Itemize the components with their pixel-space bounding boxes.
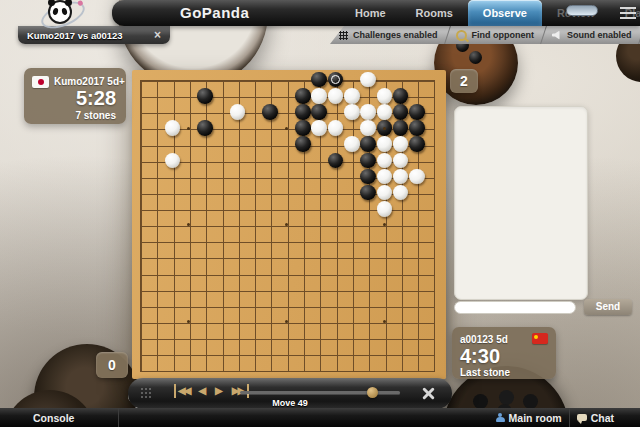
black-stone <box>360 153 376 169</box>
challenges-label: Challenges enabled <box>353 30 438 40</box>
tab-observe[interactable]: Observe <box>468 0 542 26</box>
black-stone <box>393 104 409 120</box>
white-stone <box>377 88 393 104</box>
white-player-name: Kumo2017 5d+ <box>54 76 125 87</box>
go-board[interactable] <box>132 70 446 379</box>
white-player-period: 7 stones <box>75 110 116 121</box>
white-stone <box>360 120 376 136</box>
japan-flag-icon <box>32 76 49 88</box>
find-opponent-button[interactable]: Find opponent <box>447 26 543 44</box>
tab-rooms[interactable]: Rooms <box>401 0 468 26</box>
divider <box>569 408 570 427</box>
white-stone <box>377 104 393 120</box>
white-player-panel: Kumo2017 5d+ 5:28 7 stones <box>24 68 126 124</box>
tools-icon[interactable] <box>421 386 436 401</box>
black-player-clock: 4:30 <box>460 345 500 368</box>
chat-bubble-icon <box>577 414 587 421</box>
close-icon[interactable]: × <box>154 30 161 40</box>
top-bar: GoPanda Home Rooms Observe Review Play <box>112 0 640 26</box>
menu-icon[interactable] <box>620 7 636 19</box>
white-stone <box>328 120 344 136</box>
chat-input[interactable] <box>454 301 576 314</box>
white-stone <box>230 104 246 120</box>
main-room-button[interactable]: Main room <box>496 412 562 424</box>
white-stone <box>409 169 425 185</box>
hoshi-point <box>187 127 190 130</box>
chat-button[interactable]: Chat <box>577 412 614 424</box>
black-player-panel: a00123 5d 4:30 Last stone <box>452 327 556 379</box>
captured-black-stone <box>469 51 482 64</box>
sound-enabled-button[interactable]: Sound enabled <box>543 26 640 44</box>
white-stone <box>165 120 181 136</box>
black-stone <box>295 88 311 104</box>
white-stone <box>344 104 360 120</box>
white-stone <box>344 88 360 104</box>
status-bar: Console Main room Chat <box>0 408 640 427</box>
main-room-label: Main room <box>509 412 562 424</box>
gopanda-window: 2 0 Kumo2017 5d+ 5:28 7 stones a00123 5d… <box>0 0 640 427</box>
white-stone <box>311 120 327 136</box>
white-stone <box>377 136 393 152</box>
game-tab-title: Kumo2017 vs a00123 <box>27 30 123 41</box>
white-stone <box>344 136 360 152</box>
move-slider-handle[interactable] <box>367 387 378 398</box>
challenges-icon <box>339 31 348 40</box>
white-stone <box>165 153 181 169</box>
speaker-icon <box>552 31 562 40</box>
white-captures-count: 2 <box>450 69 478 93</box>
white-stone <box>360 104 376 120</box>
black-stone <box>409 120 425 136</box>
black-stone <box>197 120 213 136</box>
black-stone <box>295 136 311 152</box>
move-slider-track[interactable] <box>240 391 400 394</box>
console-button[interactable]: Console <box>33 412 74 424</box>
black-stone <box>393 88 409 104</box>
black-stone <box>197 88 213 104</box>
black-captures-count: 0 <box>96 352 128 378</box>
app-title: GoPanda <box>180 4 249 21</box>
divider <box>118 408 119 427</box>
black-stone <box>295 104 311 120</box>
white-stone <box>377 201 393 217</box>
black-stone <box>409 104 425 120</box>
challenges-enabled-button[interactable]: Challenges enabled <box>330 26 447 44</box>
black-stone <box>360 185 376 201</box>
person-icon <box>496 413 505 423</box>
chat-label: Chat <box>591 412 614 424</box>
china-flag-icon <box>532 333 548 344</box>
find-opponent-label: Find opponent <box>472 30 534 40</box>
hoshi-point <box>383 320 386 323</box>
white-stone <box>328 88 344 104</box>
connection-pill <box>566 5 598 16</box>
gopanda-logo <box>38 0 84 30</box>
white-stone <box>311 88 327 104</box>
sound-label: Sound enabled <box>567 30 632 40</box>
hoshi-point <box>383 127 386 130</box>
black-stone <box>360 169 376 185</box>
black-player-name: a00123 5d <box>460 334 508 345</box>
black-stone <box>262 104 278 120</box>
send-button[interactable]: Send <box>584 299 632 315</box>
step-forward-button[interactable]: ▶ <box>215 384 223 398</box>
grid-icon <box>140 387 152 399</box>
white-player-clock: 5:28 <box>76 87 116 110</box>
move-navigation: ◀◀ ◀ ▶ ▶▶ <box>174 383 249 399</box>
toolbar-strip: Challenges enabled Find opponent Sound e… <box>330 26 640 44</box>
black-stone <box>311 104 327 120</box>
skip-to-start-button[interactable]: ◀◀ <box>174 384 189 398</box>
move-number-label: Move 49 <box>272 398 308 408</box>
white-stone <box>377 153 393 169</box>
tab-home[interactable]: Home <box>340 0 401 26</box>
black-stone <box>360 136 376 152</box>
black-stone <box>295 120 311 136</box>
black-player-period: Last stone <box>460 367 510 378</box>
chat-log[interactable] <box>454 106 588 300</box>
find-opponent-icon <box>456 30 467 41</box>
panda-icon <box>48 0 72 24</box>
hoshi-point <box>285 127 288 130</box>
black-stone <box>409 136 425 152</box>
move-control-bar: ◀◀ ◀ ▶ ▶▶ Move 49 <box>128 378 452 409</box>
step-back-button[interactable]: ◀ <box>198 384 206 398</box>
